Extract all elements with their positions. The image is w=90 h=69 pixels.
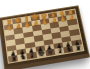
board-trim: ♜♞♝♚♛♝♞♜♟♟♟♟♟♟♟♟♟♟♟♟♟♟♟♟♜♞♝♚♛♝♞♜ (2, 8, 84, 63)
white-pawn-piece[interactable]: ♟ (42, 19, 48, 25)
product-photo-scene: ♜♞♝♚♛♝♞♜♟♟♟♟♟♟♟♟♟♟♟♟♟♟♟♟♜♞♝♚♛♝♞♜ (0, 0, 90, 69)
square[interactable]: ♜ (73, 45, 83, 52)
square[interactable]: ♛ (45, 49, 55, 56)
square[interactable]: ♝ (27, 52, 37, 59)
chess-board: ♜♞♝♚♛♝♞♜♟♟♟♟♟♟♟♟♟♟♟♟♟♟♟♟♜♞♝♚♛♝♞♜ (0, 0, 89, 69)
square[interactable]: ♞ (63, 46, 73, 53)
black-queen-piece[interactable]: ♛ (47, 48, 55, 56)
black-bishop-piece[interactable]: ♝ (29, 52, 36, 60)
square[interactable]: ♟ (31, 20, 41, 26)
black-knight-piece[interactable]: ♞ (65, 46, 72, 54)
board-frame: ♜♞♝♚♛♝♞♜♟♟♟♟♟♟♟♟♟♟♟♟♟♟♟♟♜♞♝♚♛♝♞♜ (0, 5, 89, 69)
square[interactable]: ♚ (36, 51, 46, 58)
black-rook-piece[interactable]: ♜ (10, 55, 17, 62)
white-pawn-piece[interactable]: ♟ (6, 25, 12, 31)
white-pawn-piece[interactable]: ♟ (15, 23, 21, 29)
black-bishop-piece[interactable]: ♝ (56, 47, 63, 55)
square[interactable]: ♞ (17, 54, 27, 61)
board-grid: ♜♞♝♚♛♝♞♜♟♟♟♟♟♟♟♟♟♟♟♟♟♟♟♟♜♞♝♚♛♝♞♜ (3, 9, 82, 62)
white-pawn-piece[interactable]: ♟ (33, 20, 39, 26)
white-pawn-piece[interactable]: ♟ (69, 15, 75, 21)
white-pawn-piece[interactable]: ♟ (51, 18, 57, 24)
black-knight-piece[interactable]: ♞ (19, 53, 26, 61)
white-pawn-piece[interactable]: ♟ (24, 22, 30, 28)
black-king-piece[interactable]: ♚ (37, 49, 45, 58)
white-pawn-piece[interactable]: ♟ (60, 16, 66, 22)
black-rook-piece[interactable]: ♜ (75, 45, 82, 52)
